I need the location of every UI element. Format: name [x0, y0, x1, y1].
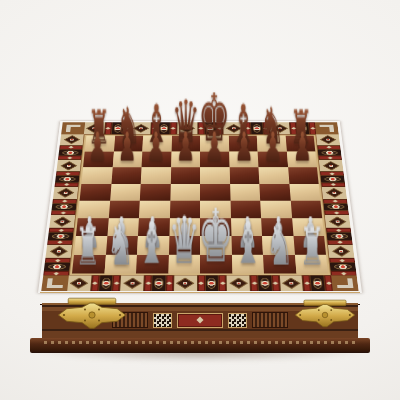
square-g7[interactable]: ♟ — [258, 151, 288, 167]
square-f1[interactable]: ♝ — [231, 255, 263, 274]
mosaic-red-tile — [45, 259, 71, 263]
brass-latch-right[interactable] — [294, 296, 356, 334]
checkerboard-inlay — [229, 314, 246, 327]
mosaic-red-tile — [52, 199, 77, 203]
mosaic-rosette-tile — [205, 275, 218, 291]
mosaic-rosette-tile — [321, 176, 345, 182]
mosaic-red-tile — [198, 275, 205, 291]
mosaic-red-tile — [303, 275, 311, 291]
mosaic-red-tile — [113, 275, 121, 291]
red-inlay-bar — [178, 314, 222, 327]
mosaic-red-tile — [244, 122, 251, 134]
square-c1[interactable]: ♝ — [136, 255, 168, 274]
square-b7[interactable]: ♟ — [112, 151, 142, 167]
piece-white-queen[interactable]: ♛ — [168, 208, 200, 273]
mosaic-rosette-tile — [258, 275, 271, 291]
square-d6[interactable] — [170, 167, 200, 183]
mosaic-diamond-tile — [322, 187, 347, 199]
square-a6[interactable] — [81, 167, 112, 183]
mosaic-rosette-tile — [44, 263, 70, 270]
chess-board[interactable]: ♜♞♝♛♚♝♞♜♟♟♟♟♟♟♟♟♟♟♟♟♟♟♟♟♜♞♝♛♚♝♞♜ — [72, 136, 328, 274]
mosaic-rosette-tile — [205, 122, 216, 134]
mosaic-diamond-tile — [279, 275, 303, 291]
mosaic-corner-motif — [41, 275, 69, 291]
square-c6[interactable] — [141, 167, 171, 183]
piece-white-bishop[interactable]: ♝ — [234, 214, 262, 273]
mosaic-rosette-tile — [318, 150, 342, 156]
box-base-molding — [30, 338, 370, 353]
mosaic-diamond-tile — [84, 122, 105, 134]
square-d5[interactable] — [170, 184, 200, 201]
piece-white-knight[interactable]: ♞ — [266, 216, 294, 273]
mosaic-red-tile — [219, 275, 226, 291]
square-c7[interactable]: ♟ — [142, 151, 172, 167]
mosaic-red-tile — [320, 172, 344, 176]
checkerboard-inlay — [154, 314, 171, 327]
mosaic-rosette-tile — [152, 275, 165, 291]
mosaic-diamond-tile — [319, 160, 344, 171]
mosaic-red-tile — [166, 275, 173, 291]
square-b6[interactable] — [111, 167, 142, 183]
mosaic-corner-motif — [315, 122, 339, 134]
mosaic-red-tile — [49, 228, 74, 232]
mosaic-rosette-tile — [99, 275, 113, 291]
mosaic-rosette-tile — [158, 122, 169, 134]
mosaic-rosette-tile — [52, 204, 77, 211]
mosaic-rosette-tile — [251, 122, 263, 134]
mosaic-red-tile — [326, 228, 351, 232]
chess-box-lid-wrap: ♜♞♝♛♚♝♞♜♟♟♟♟♟♟♟♟♟♟♟♟♟♟♟♟♜♞♝♛♚♝♞♜ — [38, 121, 362, 293]
mosaic-red-tile — [329, 259, 355, 263]
mosaic-red-tile — [58, 156, 82, 159]
piece-white-rook[interactable]: ♜ — [299, 221, 324, 273]
square-h7[interactable]: ♟ — [286, 151, 316, 167]
photo-background: ♜♞♝♛♚♝♞♜♟♟♟♟♟♟♟♟♟♟♟♟♟♟♟♟♜♞♝♛♚♝♞♜ — [0, 0, 400, 400]
square-b5[interactable] — [110, 184, 141, 201]
mosaic-red-tile — [309, 122, 316, 134]
square-c5[interactable] — [140, 184, 171, 201]
mosaic-border-bottom — [67, 275, 333, 291]
mosaic-rosette-tile — [58, 150, 82, 156]
mosaic-corner-motif — [331, 275, 359, 291]
mosaic-diamond-tile — [224, 122, 244, 134]
mosaic-rosette-tile — [330, 263, 356, 270]
mosaic-border-top — [84, 122, 316, 134]
square-h1[interactable]: ♜ — [294, 255, 327, 274]
mosaic-red-tile — [217, 122, 223, 134]
mosaic-diamond-tile — [328, 245, 355, 258]
mosaic-red-tile — [124, 122, 131, 134]
mosaic-diamond-tile — [174, 275, 197, 291]
square-f5[interactable] — [230, 184, 261, 201]
wood-slat-inlay — [253, 313, 287, 327]
mosaic-corner-motif — [61, 122, 85, 134]
square-f6[interactable] — [229, 167, 259, 183]
mosaic-red-tile — [290, 122, 297, 134]
mosaic-red-tile — [272, 275, 280, 291]
mosaic-rosette-tile — [55, 176, 79, 182]
mosaic-red-tile — [198, 122, 204, 134]
mosaic-red-tile — [324, 211, 349, 215]
mosaic-red-tile — [170, 122, 176, 134]
mosaic-diamond-tile — [56, 160, 81, 171]
mosaic-red-tile — [250, 275, 258, 291]
board-lid-top: ♜♞♝♛♚♝♞♜♟♟♟♟♟♟♟♟♟♟♟♟♟♟♟♟♜♞♝♛♚♝♞♜ — [38, 121, 362, 293]
square-g6[interactable] — [258, 167, 289, 183]
mosaic-red-tile — [327, 240, 352, 244]
brass-latch-left[interactable] — [57, 296, 127, 334]
square-a5[interactable] — [80, 184, 111, 201]
square-g1[interactable]: ♞ — [263, 255, 296, 274]
mosaic-rosette-tile — [323, 204, 348, 211]
mosaic-diamond-tile — [45, 245, 72, 258]
piece-white-king[interactable]: ♚ — [198, 199, 234, 273]
mosaic-diamond-tile — [53, 187, 78, 199]
mosaic-diamond-tile — [227, 275, 250, 291]
mosaic-diamond-tile — [316, 134, 340, 145]
mosaic-red-tile — [321, 183, 345, 187]
mosaic-rosette-tile — [112, 122, 124, 134]
mosaic-red-tile — [56, 172, 80, 176]
mosaic-rosette-tile — [48, 233, 74, 240]
mosaic-diamond-tile — [121, 275, 144, 291]
square-h5[interactable] — [289, 184, 320, 201]
mosaic-red-tile — [47, 240, 72, 244]
mosaic-red-tile — [144, 275, 152, 291]
square-e7[interactable]: ♟ — [200, 151, 229, 167]
square-g5[interactable] — [259, 184, 290, 201]
square-d1[interactable]: ♛ — [168, 255, 200, 274]
mosaic-red-tile — [263, 122, 270, 134]
mosaic-red-tile — [51, 211, 76, 215]
mosaic-red-tile — [151, 122, 158, 134]
mosaic-diamond-tile — [177, 122, 197, 134]
square-b1[interactable]: ♞ — [104, 255, 137, 274]
square-a7[interactable]: ♟ — [83, 151, 113, 167]
square-f7[interactable]: ♟ — [229, 151, 259, 167]
mosaic-diamond-tile — [60, 134, 84, 145]
square-e1[interactable]: ♚ — [200, 255, 232, 274]
mosaic-red-tile — [91, 275, 99, 291]
piece-white-knight[interactable]: ♞ — [106, 216, 134, 273]
mosaic-red-tile — [55, 183, 79, 187]
mosaic-red-tile — [331, 271, 357, 275]
mosaic-diamond-tile — [325, 215, 351, 227]
piece-white-bishop[interactable]: ♝ — [138, 214, 166, 273]
piece-white-rook[interactable]: ♜ — [75, 221, 100, 273]
mosaic-rosette-tile — [327, 233, 353, 240]
mosaic-rosette-tile — [297, 122, 309, 134]
mosaic-diamond-tile — [270, 122, 291, 134]
mosaic-red-tile — [43, 271, 69, 275]
mosaic-diamond-tile — [49, 215, 75, 227]
mosaic-red-tile — [323, 199, 348, 203]
square-h6[interactable] — [288, 167, 319, 183]
mosaic-red-tile — [318, 156, 342, 159]
mosaic-diamond-tile — [131, 122, 151, 134]
square-d7[interactable]: ♟ — [171, 151, 200, 167]
mosaic-rosette-tile — [311, 275, 325, 291]
square-e6[interactable] — [200, 167, 230, 183]
mosaic-diamond-tile — [67, 275, 91, 291]
mosaic-red-tile — [105, 122, 112, 134]
